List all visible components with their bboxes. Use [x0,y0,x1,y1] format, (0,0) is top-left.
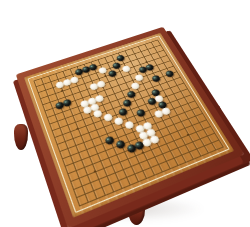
go-board[interactable] [24,32,234,217]
black-stone[interactable] [118,107,128,116]
white-stone[interactable] [96,80,106,88]
black-stone[interactable] [116,54,126,62]
white-stone[interactable] [98,66,108,74]
board-frame [16,26,245,227]
star-point [145,61,147,63]
star-point [61,89,63,91]
black-stone[interactable] [122,98,132,107]
white-stone[interactable] [103,112,113,121]
black-stone[interactable] [165,69,175,77]
black-stone[interactable] [104,135,115,145]
black-stone[interactable] [145,63,155,71]
scene [0,0,250,227]
star-point [165,95,168,97]
black-stone[interactable] [108,69,118,77]
white-stone[interactable] [94,94,104,103]
black-stone[interactable] [112,61,122,69]
white-stone[interactable] [70,75,80,83]
white-stone[interactable] [130,81,140,89]
white-stone[interactable] [124,120,135,129]
white-stone[interactable] [93,109,103,118]
black-stone[interactable] [126,90,136,99]
star-point [104,75,106,77]
grid-line-horizontal [79,146,224,206]
white-stone[interactable] [113,116,124,125]
white-stone[interactable] [134,73,144,81]
go-board-photo [0,0,250,227]
black-stone[interactable] [136,108,147,117]
black-stone[interactable] [62,98,72,107]
black-stone[interactable] [88,63,98,71]
grid-line-horizontal [76,139,220,198]
black-stone[interactable] [115,139,126,149]
white-stone[interactable] [121,65,131,73]
star-point [94,170,97,173]
black-stone[interactable] [151,74,161,82]
star-point [76,127,79,129]
